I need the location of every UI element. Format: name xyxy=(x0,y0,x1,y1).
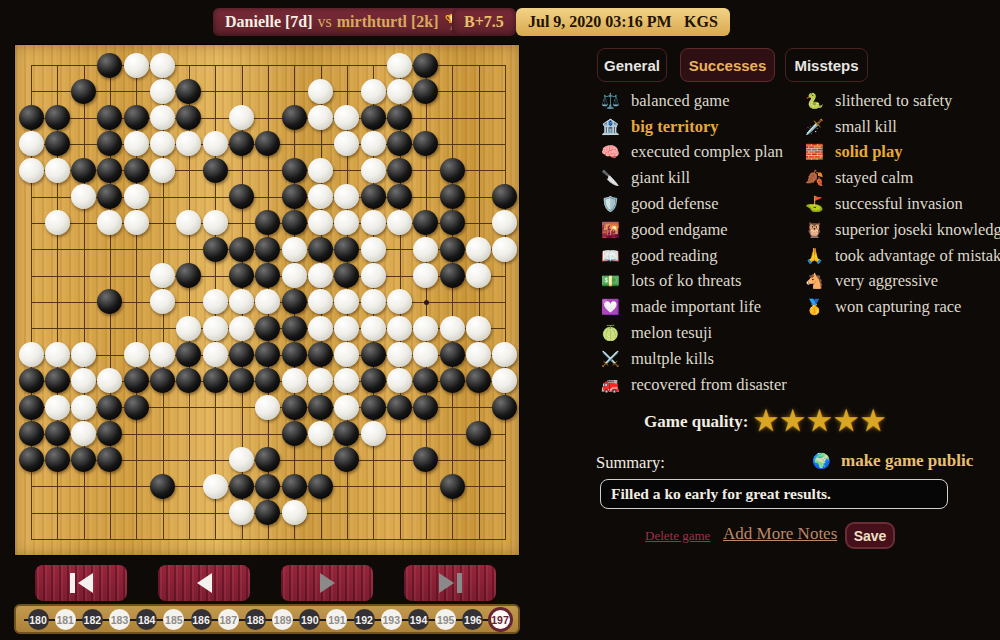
white-stone xyxy=(413,342,438,367)
white-stone xyxy=(361,263,386,288)
move-number-196[interactable]: 196 xyxy=(462,609,483,630)
date-text: Jul 9, 2020 03:16 PM xyxy=(528,13,672,31)
previous-move-icon xyxy=(197,573,212,593)
white-stone xyxy=(308,316,333,341)
balanced-game-icon: ⚖️ xyxy=(601,92,631,110)
last-move-button[interactable] xyxy=(404,565,496,601)
black-stone xyxy=(229,368,254,393)
tag-label: multple kills xyxy=(631,349,714,369)
white-stone xyxy=(308,368,333,393)
tag-item-took-advantage-of-mistake[interactable]: 🙏took advantage of mistake xyxy=(805,243,1000,269)
black-stone xyxy=(19,395,44,420)
tag-item-balanced-game[interactable]: ⚖️balanced game xyxy=(601,88,787,114)
white-stone xyxy=(308,158,333,183)
white-stone xyxy=(176,210,201,235)
board-grid xyxy=(31,65,506,540)
white-stone xyxy=(492,237,517,262)
black-stone xyxy=(176,263,201,288)
black-stone xyxy=(387,105,412,130)
slithered-to-safety-icon: 🐍 xyxy=(805,92,835,110)
black-stone xyxy=(150,368,175,393)
move-number-184[interactable]: 184 xyxy=(136,609,157,630)
took-advantage-of-mistake-icon: 🙏 xyxy=(805,247,835,265)
white-stone xyxy=(334,395,359,420)
white-stone xyxy=(334,184,359,209)
white-stone xyxy=(492,368,517,393)
white-stone xyxy=(19,158,44,183)
black-stone xyxy=(282,184,307,209)
black-stone xyxy=(308,342,333,367)
move-number-180[interactable]: 180 xyxy=(28,609,49,630)
white-stone xyxy=(203,210,228,235)
white-stone xyxy=(255,289,280,314)
white-stone xyxy=(361,289,386,314)
tag-label: successful invasion xyxy=(835,194,963,214)
black-stone xyxy=(255,316,280,341)
last-move-icon xyxy=(439,573,454,593)
white-stone xyxy=(308,421,333,446)
tab-general[interactable]: General xyxy=(597,48,667,82)
superior-joseki-knowledge-icon: 🦉 xyxy=(805,221,835,239)
black-stone xyxy=(334,237,359,262)
black-stone xyxy=(308,395,333,420)
black-stone xyxy=(282,421,307,446)
white-stone xyxy=(150,342,175,367)
black-stone xyxy=(71,158,96,183)
black-stone xyxy=(229,237,254,262)
white-stone xyxy=(203,289,228,314)
white-stone xyxy=(282,263,307,288)
white-stone xyxy=(124,210,149,235)
white-stone xyxy=(71,184,96,209)
white-stone xyxy=(203,342,228,367)
black-stone xyxy=(282,210,307,235)
white-stone xyxy=(150,131,175,156)
move-number-185[interactable]: 185 xyxy=(163,609,184,630)
white-stone xyxy=(334,289,359,314)
white-stone xyxy=(19,131,44,156)
white-stone xyxy=(203,474,228,499)
white-stone xyxy=(71,395,96,420)
black-stone xyxy=(71,447,96,472)
white-stone xyxy=(282,237,307,262)
tag-item-melon-tesuji[interactable]: 🍈melon tesuji xyxy=(601,320,787,346)
result-text: B+7.5 xyxy=(464,13,504,31)
move-number-194[interactable]: 194 xyxy=(408,609,429,630)
move-number-188[interactable]: 188 xyxy=(245,609,266,630)
black-stone xyxy=(45,368,70,393)
black-stone xyxy=(255,368,280,393)
black-stone xyxy=(413,53,438,78)
very-aggressive-icon: 🐴 xyxy=(805,272,835,290)
black-stone xyxy=(440,474,465,499)
white-stone xyxy=(361,210,386,235)
white-stone xyxy=(150,53,175,78)
summary-label: Summary: xyxy=(596,453,665,473)
black-stone xyxy=(440,263,465,288)
multple-kills-icon: ⚔️ xyxy=(601,350,631,368)
black-stone xyxy=(440,368,465,393)
black-stone xyxy=(466,368,491,393)
move-number-193[interactable]: 193 xyxy=(381,609,402,630)
tag-label: made important life xyxy=(631,297,761,317)
next-move-icon xyxy=(320,573,335,593)
tag-item-big-territory[interactable]: 🏦big territory xyxy=(601,114,787,140)
move-number-190[interactable]: 190 xyxy=(299,609,320,630)
success-tags-right-column: 🐍slithered to safety🗡️small kill🧱solid p… xyxy=(805,88,1000,320)
black-stone xyxy=(229,263,254,288)
make-game-public-link[interactable]: 🌍 make game public xyxy=(812,451,973,471)
white-stone xyxy=(45,158,70,183)
black-stone xyxy=(97,421,122,446)
tab-successes[interactable]: Successes xyxy=(680,48,775,82)
white-stone xyxy=(334,131,359,156)
black-stone xyxy=(255,263,280,288)
tag-label: won capturing race xyxy=(835,297,961,317)
white-stone xyxy=(361,79,386,104)
server-badge: KGS xyxy=(672,8,730,36)
black-stone xyxy=(361,184,386,209)
black-stone xyxy=(203,368,228,393)
save-button[interactable]: Save xyxy=(845,522,895,549)
tag-item-good-endgame[interactable]: 🌇good endgame xyxy=(601,217,787,243)
white-stone xyxy=(71,368,96,393)
black-stone xyxy=(282,316,307,341)
tag-item-giant-kill[interactable]: 🔪giant kill xyxy=(601,165,787,191)
good-endgame-icon: 🌇 xyxy=(601,221,631,239)
good-defense-icon: 🛡️ xyxy=(601,195,631,213)
white-stone xyxy=(466,342,491,367)
success-tags-left-column: ⚖️balanced game🏦big territory🧠executed c… xyxy=(601,88,787,398)
white-stone xyxy=(19,342,44,367)
black-stone xyxy=(97,158,122,183)
move-number-195[interactable]: 195 xyxy=(435,609,456,630)
black-stone xyxy=(255,131,280,156)
black-stone xyxy=(97,447,122,472)
white-stone xyxy=(124,53,149,78)
move-number-181[interactable]: 181 xyxy=(55,609,76,630)
black-stone xyxy=(19,105,44,130)
successful-invasion-icon: ⛳ xyxy=(805,195,835,213)
white-stone xyxy=(387,79,412,104)
summary-input[interactable] xyxy=(600,479,948,509)
tag-label: good endgame xyxy=(631,220,728,240)
black-stone xyxy=(282,474,307,499)
white-stone xyxy=(440,316,465,341)
move-number-183[interactable]: 183 xyxy=(109,609,130,630)
black-stone xyxy=(176,368,201,393)
white-stone xyxy=(466,316,491,341)
black-stone xyxy=(413,368,438,393)
black-stone xyxy=(45,447,70,472)
black-stone xyxy=(124,158,149,183)
game-players-badge: Danielle [7d] vs mirthturtl [2k] 🏆 xyxy=(213,8,475,36)
black-stone xyxy=(229,474,254,499)
white-stone xyxy=(45,395,70,420)
white-stone xyxy=(97,368,122,393)
white-stone xyxy=(413,263,438,288)
black-stone xyxy=(176,342,201,367)
tag-label: small kill xyxy=(835,117,897,137)
tag-label: slithered to safety xyxy=(835,91,952,111)
black-player-name: Danielle [7d] xyxy=(225,13,313,31)
white-stone xyxy=(387,289,412,314)
black-stone xyxy=(361,342,386,367)
black-stone xyxy=(413,447,438,472)
tag-item-small-kill[interactable]: 🗡️small kill xyxy=(805,114,1000,140)
black-stone xyxy=(255,474,280,499)
white-stone xyxy=(466,263,491,288)
move-number-182[interactable]: 182 xyxy=(82,609,103,630)
previous-move-button[interactable] xyxy=(158,565,250,601)
white-stone xyxy=(97,210,122,235)
black-stone xyxy=(19,447,44,472)
tab-missteps[interactable]: Missteps xyxy=(785,48,868,82)
server-text: KGS xyxy=(684,13,718,31)
black-stone xyxy=(492,395,517,420)
first-move-button[interactable] xyxy=(35,565,127,601)
move-number-186[interactable]: 186 xyxy=(191,609,212,630)
tag-label: solid play xyxy=(835,142,902,162)
good-reading-icon: 📖 xyxy=(601,247,631,265)
vs-label: vs xyxy=(313,13,337,31)
black-stone xyxy=(440,184,465,209)
white-stone xyxy=(334,342,359,367)
black-stone xyxy=(229,342,254,367)
result-badge: B+7.5 xyxy=(452,8,516,36)
move-number-strip: 1801811821831841851861871881891901911921… xyxy=(14,604,520,634)
solid-play-icon: 🧱 xyxy=(805,143,835,161)
white-stone xyxy=(176,316,201,341)
white-stone xyxy=(203,131,228,156)
black-stone xyxy=(308,474,333,499)
tag-item-made-important-life[interactable]: 💟made important life xyxy=(601,294,787,320)
black-stone xyxy=(255,237,280,262)
giant-kill-icon: 🔪 xyxy=(601,169,631,187)
black-stone xyxy=(97,395,122,420)
black-stone xyxy=(203,158,228,183)
game-quality-stars[interactable]: ★★★★★ xyxy=(752,402,886,439)
stayed-calm-icon: 🍂 xyxy=(805,169,835,187)
white-stone xyxy=(150,158,175,183)
tag-label: lots of ko threats xyxy=(631,271,741,291)
white-player-name: mirthturtl [2k] xyxy=(337,13,439,31)
black-stone xyxy=(413,131,438,156)
black-stone xyxy=(361,368,386,393)
black-stone xyxy=(124,368,149,393)
white-stone xyxy=(308,263,333,288)
tag-item-lots-of-ko-threats[interactable]: 💵lots of ko threats xyxy=(601,269,787,295)
melon-tesuji-icon: 🍈 xyxy=(601,324,631,342)
tag-item-solid-play[interactable]: 🧱solid play xyxy=(805,140,1000,166)
white-stone xyxy=(150,79,175,104)
won-capturing-race-icon: 🥇 xyxy=(805,298,835,316)
black-stone xyxy=(124,105,149,130)
white-stone xyxy=(492,210,517,235)
black-stone xyxy=(282,158,307,183)
white-stone xyxy=(387,53,412,78)
white-stone xyxy=(71,342,96,367)
black-stone xyxy=(176,105,201,130)
white-stone xyxy=(361,421,386,446)
tag-item-very-aggressive[interactable]: 🐴very aggressive xyxy=(805,269,1000,295)
black-stone xyxy=(97,53,122,78)
first-move-icon xyxy=(70,573,75,593)
white-stone xyxy=(387,368,412,393)
white-stone xyxy=(334,368,359,393)
tag-item-slithered-to-safety[interactable]: 🐍slithered to safety xyxy=(805,88,1000,114)
white-stone xyxy=(387,342,412,367)
white-stone xyxy=(150,263,175,288)
tag-item-recovered-from-disaster[interactable]: 🚒recovered from disaster xyxy=(601,372,787,398)
white-stone xyxy=(150,105,175,130)
white-stone xyxy=(387,210,412,235)
tag-item-executed-complex-plan[interactable]: 🧠executed complex plan xyxy=(601,140,787,166)
black-stone xyxy=(282,342,307,367)
white-stone xyxy=(229,500,254,525)
white-stone xyxy=(361,158,386,183)
white-stone xyxy=(71,421,96,446)
tag-item-good-defense[interactable]: 🛡️good defense xyxy=(601,191,787,217)
delete-game-link[interactable]: Delete game xyxy=(645,528,710,544)
black-stone xyxy=(203,237,228,262)
white-stone xyxy=(308,289,333,314)
add-more-notes-link[interactable]: Add More Notes xyxy=(723,524,837,544)
white-stone xyxy=(203,316,228,341)
black-stone xyxy=(97,184,122,209)
black-stone xyxy=(413,395,438,420)
tag-label: superior joseki knowledge xyxy=(835,220,1000,240)
black-stone xyxy=(45,421,70,446)
white-stone xyxy=(124,342,149,367)
black-stone xyxy=(466,421,491,446)
white-stone xyxy=(361,237,386,262)
go-board[interactable] xyxy=(14,44,520,556)
black-stone xyxy=(492,184,517,209)
tag-label: executed complex plan xyxy=(631,142,783,162)
globe-icon: 🌍 xyxy=(812,453,831,469)
black-stone xyxy=(176,79,201,104)
white-stone xyxy=(308,105,333,130)
tag-item-won-capturing-race[interactable]: 🥇won capturing race xyxy=(805,294,1000,320)
white-stone xyxy=(308,184,333,209)
black-stone xyxy=(361,395,386,420)
tag-label: big territory xyxy=(631,117,719,137)
black-stone xyxy=(413,79,438,104)
white-stone xyxy=(492,342,517,367)
black-stone xyxy=(440,342,465,367)
tag-label: recovered from disaster xyxy=(631,375,787,395)
tag-label: balanced game xyxy=(631,91,729,111)
tag-label: took advantage of mistake xyxy=(835,246,1000,266)
game-quality-label: Game quality: xyxy=(644,412,748,432)
tag-item-successful-invasion[interactable]: ⛳successful invasion xyxy=(805,191,1000,217)
black-stone xyxy=(440,158,465,183)
black-stone xyxy=(97,131,122,156)
tag-item-good-reading[interactable]: 📖good reading xyxy=(601,243,787,269)
move-number-189[interactable]: 189 xyxy=(272,609,293,630)
black-stone xyxy=(97,289,122,314)
move-number-191[interactable]: 191 xyxy=(326,609,347,630)
tag-item-multple-kills[interactable]: ⚔️multple kills xyxy=(601,346,787,372)
tag-item-stayed-calm[interactable]: 🍂stayed calm xyxy=(805,165,1000,191)
black-stone xyxy=(229,131,254,156)
white-stone xyxy=(176,131,201,156)
tag-item-superior-joseki-knowledge[interactable]: 🦉superior joseki knowledge xyxy=(805,217,1000,243)
black-stone xyxy=(45,105,70,130)
white-stone xyxy=(229,447,254,472)
lots-of-ko-threats-icon: 💵 xyxy=(601,272,631,290)
black-stone xyxy=(45,131,70,156)
move-number-197[interactable]: 197 xyxy=(488,607,513,632)
black-stone xyxy=(413,210,438,235)
white-stone xyxy=(308,210,333,235)
made-important-life-icon: 💟 xyxy=(601,298,631,316)
black-stone xyxy=(361,105,386,130)
black-stone xyxy=(255,447,280,472)
black-stone xyxy=(440,210,465,235)
white-stone xyxy=(334,105,359,130)
tag-label: good reading xyxy=(631,246,718,266)
black-stone xyxy=(255,500,280,525)
black-stone xyxy=(334,421,359,446)
white-stone xyxy=(124,131,149,156)
white-stone xyxy=(282,368,307,393)
black-stone xyxy=(124,395,149,420)
white-stone xyxy=(413,237,438,262)
white-stone xyxy=(255,395,280,420)
next-move-button[interactable] xyxy=(281,565,373,601)
white-stone xyxy=(361,131,386,156)
black-stone xyxy=(308,237,333,262)
black-stone xyxy=(150,474,175,499)
tag-label: very aggressive xyxy=(835,271,938,291)
black-stone xyxy=(334,447,359,472)
black-stone xyxy=(282,289,307,314)
black-stone xyxy=(97,105,122,130)
small-kill-icon: 🗡️ xyxy=(805,118,835,136)
tag-label: good defense xyxy=(631,194,719,214)
white-stone xyxy=(466,237,491,262)
tag-label: stayed calm xyxy=(835,168,913,188)
white-stone xyxy=(282,500,307,525)
black-stone xyxy=(387,184,412,209)
star-point xyxy=(424,300,429,305)
move-number-187[interactable]: 187 xyxy=(218,609,239,630)
white-stone xyxy=(308,79,333,104)
white-stone xyxy=(229,105,254,130)
executed-complex-plan-icon: 🧠 xyxy=(601,143,631,161)
black-stone xyxy=(282,105,307,130)
black-stone xyxy=(387,158,412,183)
white-stone xyxy=(334,210,359,235)
black-stone xyxy=(19,368,44,393)
recovered-from-disaster-icon: 🚒 xyxy=(601,376,631,394)
make-game-public-label: make game public xyxy=(835,451,973,470)
tag-label: giant kill xyxy=(631,168,690,188)
black-stone xyxy=(334,263,359,288)
black-stone xyxy=(71,79,96,104)
big-territory-icon: 🏦 xyxy=(601,118,631,136)
black-stone xyxy=(229,184,254,209)
white-stone xyxy=(413,316,438,341)
move-number-192[interactable]: 192 xyxy=(354,609,375,630)
white-stone xyxy=(229,316,254,341)
date-badge: Jul 9, 2020 03:16 PM xyxy=(516,8,684,36)
black-stone xyxy=(387,131,412,156)
tag-label: melon tesuji xyxy=(631,323,712,343)
white-stone xyxy=(334,316,359,341)
